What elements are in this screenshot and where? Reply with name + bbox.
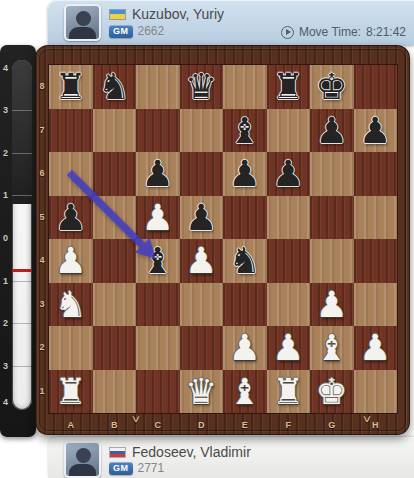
square-g4[interactable] (310, 239, 354, 283)
piece-white-bishop[interactable]: ♝ (310, 326, 354, 370)
piece-black-pawn[interactable]: ♟ (180, 196, 224, 240)
piece-black-pawn[interactable]: ♟ (267, 152, 311, 196)
chess-board: ♜♞♛♜♚♝♟♟♟♟♟♟♟♟♟♝♟♞♞♟♟♟♝♟♜♛♝♜♚ (49, 65, 397, 413)
eval-gauge (12, 60, 32, 410)
square-h1[interactable] (354, 370, 398, 414)
square-d2[interactable] (180, 326, 224, 370)
piece-white-pawn[interactable]: ♟ (354, 326, 398, 370)
rank-label-6: 6 (35, 152, 49, 196)
piece-black-knight[interactable]: ♞ (223, 239, 267, 283)
square-e2[interactable]: ♟ (223, 326, 267, 370)
eval-tick-label: 2 (0, 318, 11, 328)
square-f3[interactable] (267, 283, 311, 327)
frame-notch-icon: ∨ (127, 413, 145, 424)
rank-label-3: 3 (35, 283, 49, 327)
eval-tick-line (12, 153, 32, 154)
eval-tick-line (12, 110, 32, 111)
piece-black-queen[interactable]: ♛ (180, 65, 224, 109)
square-d4[interactable]: ♟ (180, 239, 224, 283)
chess-broadcast-app: Kuzubov, Yuriy GM 2662 Move Time: 8:21:4… (0, 0, 414, 478)
square-f2[interactable]: ♟ (267, 326, 311, 370)
square-a2[interactable] (49, 326, 93, 370)
square-f8[interactable]: ♜ (267, 65, 311, 109)
eval-bar-panel: 432101234 (0, 45, 36, 437)
piece-black-pawn[interactable]: ♟ (354, 109, 398, 153)
piece-white-knight[interactable]: ♞ (49, 283, 93, 327)
rank-label-1: 1 (35, 370, 49, 414)
piece-black-pawn[interactable]: ♟ (310, 109, 354, 153)
rank-label-4: 4 (35, 239, 49, 283)
square-a5[interactable]: ♟ (49, 196, 93, 240)
square-d3[interactable] (180, 283, 224, 327)
piece-black-bishop[interactable]: ♝ (223, 109, 267, 153)
player-avatar (64, 4, 101, 41)
square-a7[interactable] (49, 109, 93, 153)
player-rating: 2662 (138, 24, 165, 38)
piece-black-rook[interactable]: ♜ (49, 65, 93, 109)
piece-black-king[interactable]: ♚ (310, 65, 354, 109)
eval-tick-label: 2 (0, 148, 11, 158)
rank-label-5: 5 (35, 196, 49, 240)
gm-badge: GM (109, 462, 133, 475)
move-time-value: 8:21:42 (366, 25, 406, 39)
piece-black-knight[interactable]: ♞ (93, 65, 137, 109)
eval-tick-line (12, 323, 32, 324)
piece-white-rook[interactable]: ♜ (267, 370, 311, 414)
square-g6[interactable] (310, 152, 354, 196)
square-b6[interactable] (93, 152, 137, 196)
eval-tick-line (12, 281, 32, 282)
square-g8[interactable]: ♚ (310, 65, 354, 109)
square-h5[interactable] (354, 196, 398, 240)
square-e5[interactable] (223, 196, 267, 240)
square-h6[interactable] (354, 152, 398, 196)
eval-tick-label: 3 (0, 361, 11, 371)
square-c3[interactable] (136, 283, 180, 327)
square-b7[interactable] (93, 109, 137, 153)
piece-white-pawn[interactable]: ♟ (180, 239, 224, 283)
square-g1[interactable]: ♚ (310, 370, 354, 414)
square-a3[interactable]: ♞ (49, 283, 93, 327)
file-label-e: E (223, 416, 267, 434)
move-time-label: Move Time: (299, 25, 361, 39)
square-e3[interactable] (223, 283, 267, 327)
file-label-f: F (267, 416, 311, 434)
rank-label-2: 2 (35, 326, 49, 370)
piece-white-king[interactable]: ♚ (310, 370, 354, 414)
square-d8[interactable]: ♛ (180, 65, 224, 109)
piece-white-bishop[interactable]: ♝ (223, 370, 267, 414)
square-f7[interactable] (267, 109, 311, 153)
square-b8[interactable]: ♞ (93, 65, 137, 109)
frame-notch-icon: ∨ (358, 413, 376, 424)
piece-white-rook[interactable]: ♜ (49, 370, 93, 414)
square-b3[interactable] (93, 283, 137, 327)
square-h4[interactable] (354, 239, 398, 283)
square-c2[interactable] (136, 326, 180, 370)
player-avatar (64, 441, 101, 478)
square-h7[interactable]: ♟ (354, 109, 398, 153)
square-a1[interactable]: ♜ (49, 370, 93, 414)
square-d6[interactable] (180, 152, 224, 196)
flag-russia-icon (109, 447, 126, 458)
square-g2[interactable]: ♝ (310, 326, 354, 370)
square-b1[interactable] (93, 370, 137, 414)
square-a8[interactable]: ♜ (49, 65, 93, 109)
piece-white-pawn[interactable]: ♟ (267, 326, 311, 370)
rank-label-7: 7 (35, 109, 49, 153)
square-d7[interactable] (180, 109, 224, 153)
square-e7[interactable]: ♝ (223, 109, 267, 153)
square-f1[interactable]: ♜ (267, 370, 311, 414)
player-name: Fedoseev, Vladimir (132, 444, 251, 460)
stopwatch-icon (281, 26, 294, 39)
eval-tick-line (12, 366, 32, 367)
square-a4[interactable]: ♟ (49, 239, 93, 283)
eval-tick-label: 0 (0, 233, 11, 243)
square-h2[interactable]: ♟ (354, 326, 398, 370)
square-c5[interactable]: ♟ (136, 196, 180, 240)
piece-white-pawn[interactable]: ♟ (223, 326, 267, 370)
piece-white-pawn[interactable]: ♟ (310, 283, 354, 327)
piece-white-pawn[interactable]: ♟ (49, 239, 93, 283)
square-f6[interactable]: ♟ (267, 152, 311, 196)
piece-black-pawn[interactable]: ♟ (223, 152, 267, 196)
square-c6[interactable]: ♟ (136, 152, 180, 196)
square-c8[interactable] (136, 65, 180, 109)
move-timer: Move Time: 8:21:42 (281, 25, 406, 39)
square-g7[interactable]: ♟ (310, 109, 354, 153)
eval-tick-label: 3 (0, 105, 11, 115)
eval-zero-marker (12, 269, 32, 272)
rank-label-8: 8 (35, 65, 49, 109)
square-g3[interactable]: ♟ (310, 283, 354, 327)
square-c4[interactable]: ♝ (136, 239, 180, 283)
gm-badge: GM (109, 25, 133, 38)
piece-black-rook[interactable]: ♜ (267, 65, 311, 109)
square-a6[interactable] (49, 152, 93, 196)
square-d5[interactable]: ♟ (180, 196, 224, 240)
piece-black-pawn[interactable]: ♟ (49, 196, 93, 240)
eval-tick-label: 1 (0, 276, 11, 286)
eval-tick-line (12, 195, 32, 196)
flag-ukraine-icon (109, 9, 126, 20)
piece-black-pawn[interactable]: ♟ (136, 152, 180, 196)
square-c1[interactable] (136, 370, 180, 414)
square-f5[interactable] (267, 196, 311, 240)
piece-black-bishop[interactable]: ♝ (136, 239, 180, 283)
square-g5[interactable] (310, 196, 354, 240)
square-d1[interactable]: ♛ (180, 370, 224, 414)
player-name: Kuzubov, Yuriy (132, 6, 224, 22)
square-h3[interactable] (354, 283, 398, 327)
file-label-g: G (310, 416, 354, 434)
eval-tick-label: 4 (0, 397, 11, 407)
bottom-player-bar: Fedoseev, Vladimir GM 2771 (48, 437, 414, 478)
eval-tick-label: 4 (0, 63, 11, 73)
square-b4[interactable] (93, 239, 137, 283)
player-rating: 2771 (138, 461, 165, 475)
square-e1[interactable]: ♝ (223, 370, 267, 414)
file-label-d: D (180, 416, 224, 434)
top-player-bar: Kuzubov, Yuriy GM 2662 Move Time: 8:21:4… (48, 0, 414, 45)
square-e8[interactable] (223, 65, 267, 109)
square-h8[interactable] (354, 65, 398, 109)
eval-black-fill (12, 60, 32, 204)
square-b2[interactable] (93, 326, 137, 370)
square-b5[interactable] (93, 196, 137, 240)
square-f4[interactable] (267, 239, 311, 283)
square-e6[interactable]: ♟ (223, 152, 267, 196)
square-c7[interactable] (136, 109, 180, 153)
file-label-a: A (49, 416, 93, 434)
board-frame: ♜♞♛♜♚♝♟♟♟♟♟♟♟♟♟♝♟♞♞♟♟♟♝♟♜♛♝♜♚ 87654321AB… (35, 45, 410, 435)
eval-tick-label: 1 (0, 190, 11, 200)
square-e4[interactable]: ♞ (223, 239, 267, 283)
piece-white-pawn[interactable]: ♟ (136, 196, 180, 240)
piece-white-queen[interactable]: ♛ (180, 370, 224, 414)
